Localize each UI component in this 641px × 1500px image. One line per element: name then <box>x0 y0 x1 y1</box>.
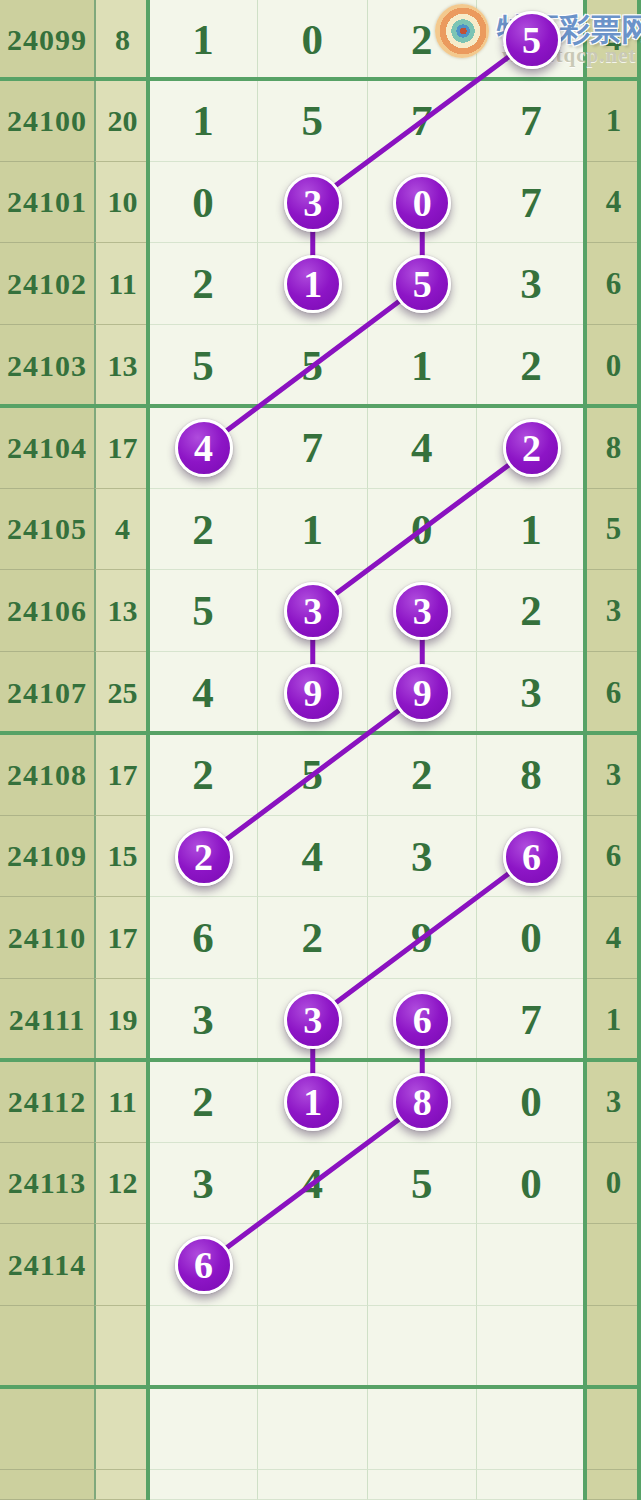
group-separator-line <box>0 77 641 81</box>
circled-digit: 9 <box>393 664 451 722</box>
group-separator-line <box>0 731 641 735</box>
table-row: 241031355120 <box>0 325 641 407</box>
tail-digit-cell <box>586 1306 641 1388</box>
digit-cell: 2 <box>149 1061 258 1143</box>
sum-cell: 12 <box>94 1143 149 1224</box>
digit-cell: 2 <box>149 243 258 325</box>
tail-digit-cell: 6 <box>586 243 641 325</box>
digit-cell: 4 <box>258 816 368 897</box>
digit-cell: 0 <box>477 1143 586 1224</box>
issue-number-cell <box>0 1306 94 1388</box>
issue-number-cell: 24099 <box>0 0 94 80</box>
issue-number-cell: 24112 <box>0 1061 94 1143</box>
sum-cell: 13 <box>94 570 149 652</box>
digit-cell: 0 <box>149 162 258 243</box>
digit-cell <box>368 1388 478 1470</box>
digit-cell: 3 <box>368 816 478 897</box>
issue-number-cell: 24110 <box>0 897 94 979</box>
issue-number-cell: 24111 <box>0 979 94 1061</box>
digit-cell: 5 <box>149 570 258 652</box>
circled-digit: 6 <box>503 828 561 886</box>
tail-digit-cell: 0 <box>586 1143 641 1224</box>
sum-cell: 17 <box>94 734 149 816</box>
table-row: 241131234500 <box>0 1143 641 1224</box>
table-row: 24114 <box>0 1224 641 1306</box>
issue-number-cell: 24114 <box>0 1224 94 1306</box>
circled-digit: 1 <box>284 255 342 313</box>
tail-digit-cell: 4 <box>586 162 641 243</box>
sum-cell <box>94 1224 149 1306</box>
sum-cell: 11 <box>94 243 149 325</box>
digit-cell: 6 <box>149 897 258 979</box>
sum-cell: 20 <box>94 80 149 162</box>
table-row: 241081725283 <box>0 734 641 816</box>
digit-cell: 0 <box>477 1061 586 1143</box>
digit-cell: 2 <box>477 325 586 407</box>
tail-digit-cell: 5 <box>586 489 641 570</box>
circled-digit: 8 <box>393 1073 451 1131</box>
circled-digit: 2 <box>503 419 561 477</box>
circled-digit: 3 <box>284 991 342 1049</box>
chart-right-border <box>637 0 641 1500</box>
digit-cell: 2 <box>368 734 478 816</box>
digit-cell: 3 <box>149 979 258 1061</box>
digit-cell <box>258 1306 368 1388</box>
table-row: 24105421015 <box>0 489 641 570</box>
sum-cell: 10 <box>94 162 149 243</box>
circled-digit: 6 <box>175 1236 233 1294</box>
sum-cell: 19 <box>94 979 149 1061</box>
issue-number-cell: 24101 <box>0 162 94 243</box>
table-row: 241002015771 <box>0 80 641 162</box>
digit-cell <box>149 1388 258 1470</box>
table-row: 241101762904 <box>0 897 641 979</box>
issue-number-cell: 24109 <box>0 816 94 897</box>
digit-cell <box>368 1224 478 1306</box>
table-row <box>0 1388 641 1470</box>
tail-digit-cell <box>586 1470 641 1500</box>
circled-digit: 2 <box>175 828 233 886</box>
circled-digit: 6 <box>393 991 451 1049</box>
table-row <box>0 1306 641 1388</box>
lottery-trend-chart: { "game": "chinese-lottery-digit-trend-c… <box>0 0 641 1500</box>
digit-cell <box>258 1224 368 1306</box>
circled-digit: 4 <box>175 419 233 477</box>
issue-number-cell: 24104 <box>0 407 94 489</box>
table-row <box>0 1470 641 1500</box>
digit-cell: 0 <box>477 897 586 979</box>
sum-cell <box>94 1306 149 1388</box>
digit-cell <box>149 1470 258 1500</box>
digit-cell: 2 <box>149 489 258 570</box>
circled-digit: 5 <box>393 255 451 313</box>
digit-cell: 5 <box>258 325 368 407</box>
digit-cell <box>258 1470 368 1500</box>
issue-number-cell: 24108 <box>0 734 94 816</box>
circled-digit: 3 <box>393 582 451 640</box>
issue-number-cell: 24113 <box>0 1143 94 1224</box>
tail-digit-cell: 4 <box>586 0 641 80</box>
sum-cell: 4 <box>94 489 149 570</box>
digit-cell <box>477 1224 586 1306</box>
sum-cell <box>94 1470 149 1500</box>
tail-digit-cell: 3 <box>586 1061 641 1143</box>
digit-cell: 4 <box>149 652 258 734</box>
digit-cell: 1 <box>258 489 368 570</box>
tail-digit-cell: 6 <box>586 652 641 734</box>
circled-digit: 3 <box>284 174 342 232</box>
digit-cell: 3 <box>149 1143 258 1224</box>
digit-cell: 2 <box>258 897 368 979</box>
digit-cell: 7 <box>258 407 368 489</box>
digit-cell <box>477 1306 586 1388</box>
digit-cell <box>258 1388 368 1470</box>
main-grid-right-border <box>583 0 587 1500</box>
digit-cell: 1 <box>149 80 258 162</box>
issue-number-cell: 24100 <box>0 80 94 162</box>
sum-cell: 8 <box>94 0 149 80</box>
tail-digit-cell: 1 <box>586 979 641 1061</box>
tail-digit-cell: 1 <box>586 80 641 162</box>
tail-digit-cell: 8 <box>586 407 641 489</box>
circled-digit: 3 <box>284 582 342 640</box>
digit-cell: 5 <box>368 1143 478 1224</box>
circled-digit: 1 <box>284 1073 342 1131</box>
issue-number-cell: 24106 <box>0 570 94 652</box>
digit-cell: 7 <box>477 979 586 1061</box>
issue-number-cell <box>0 1388 94 1470</box>
tail-digit-cell: 6 <box>586 816 641 897</box>
circled-digit: 5 <box>503 11 561 69</box>
sum-cell: 17 <box>94 897 149 979</box>
digit-cell: 5 <box>149 325 258 407</box>
digit-cell <box>368 1306 478 1388</box>
main-grid-left-border <box>146 0 150 1500</box>
sum-cell: 13 <box>94 325 149 407</box>
digit-cell: 2 <box>149 734 258 816</box>
tail-digit-cell: 3 <box>586 734 641 816</box>
tail-digit-cell: 4 <box>586 897 641 979</box>
group-separator-line <box>0 404 641 408</box>
digit-cell: 0 <box>368 489 478 570</box>
digit-cell: 5 <box>258 734 368 816</box>
digit-cell: 4 <box>258 1143 368 1224</box>
digit-cell: 3 <box>477 243 586 325</box>
group-separator-line <box>0 1058 641 1062</box>
digit-cell: 8 <box>477 734 586 816</box>
digit-cell: 1 <box>149 0 258 80</box>
digit-cell <box>368 1470 478 1500</box>
tail-digit-cell <box>586 1224 641 1306</box>
digit-cell <box>477 1388 586 1470</box>
digit-cell <box>477 1470 586 1500</box>
sum-cell: 15 <box>94 816 149 897</box>
digit-cell: 5 <box>258 80 368 162</box>
digit-cell: 7 <box>368 80 478 162</box>
tail-digit-cell: 0 <box>586 325 641 407</box>
digit-cell: 9 <box>368 897 478 979</box>
issue-number-cell: 24105 <box>0 489 94 570</box>
issue-number-cell <box>0 1470 94 1500</box>
digit-cell: 0 <box>258 0 368 80</box>
sum-cell: 17 <box>94 407 149 489</box>
digit-cell: 7 <box>477 162 586 243</box>
digit-cell <box>149 1306 258 1388</box>
digit-cell: 7 <box>477 80 586 162</box>
digit-cell: 3 <box>477 652 586 734</box>
digit-cell: 4 <box>368 407 478 489</box>
issue-number-cell: 24102 <box>0 243 94 325</box>
sum-cell: 25 <box>94 652 149 734</box>
issue-number-cell: 24107 <box>0 652 94 734</box>
digit-cell: 1 <box>368 325 478 407</box>
digit-cell: 2 <box>368 0 478 80</box>
tail-digit-cell <box>586 1388 641 1470</box>
group-separator-line <box>0 1385 641 1389</box>
sum-cell: 11 <box>94 1061 149 1143</box>
circled-digit: 0 <box>393 174 451 232</box>
circled-digit: 9 <box>284 664 342 722</box>
sum-cell <box>94 1388 149 1470</box>
digit-cell: 2 <box>477 570 586 652</box>
tail-digit-cell: 3 <box>586 570 641 652</box>
issue-number-cell: 24103 <box>0 325 94 407</box>
digit-cell: 1 <box>477 489 586 570</box>
